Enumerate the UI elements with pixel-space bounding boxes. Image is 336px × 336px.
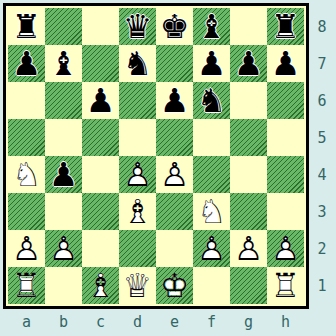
square-g6[interactable]: [230, 82, 267, 119]
square-f5[interactable]: [193, 119, 230, 156]
square-a2[interactable]: ♟♙: [8, 230, 45, 267]
square-e2[interactable]: [156, 230, 193, 267]
piece-white-pawn[interactable]: ♟♙: [119, 156, 156, 193]
square-e5[interactable]: [156, 119, 193, 156]
square-d4[interactable]: ♟♙: [119, 156, 156, 193]
square-f8[interactable]: ♝: [193, 8, 230, 45]
piece-black-pawn[interactable]: ♟: [230, 45, 267, 82]
square-a4[interactable]: ♞♘: [8, 156, 45, 193]
piece-white-pawn[interactable]: ♟♙: [267, 230, 304, 267]
piece-black-pawn[interactable]: ♟: [156, 82, 193, 119]
rank-label-4: 4: [311, 156, 333, 193]
file-label-g: g: [230, 310, 267, 334]
square-c2[interactable]: [82, 230, 119, 267]
square-h7[interactable]: ♟: [267, 45, 304, 82]
square-f7[interactable]: ♟: [193, 45, 230, 82]
rank-label-2: 2: [311, 230, 333, 267]
square-c7[interactable]: [82, 45, 119, 82]
square-a6[interactable]: [8, 82, 45, 119]
square-h1[interactable]: ♜♖: [267, 267, 304, 304]
square-c4[interactable]: [82, 156, 119, 193]
rank-label-7: 7: [311, 45, 333, 82]
square-c8[interactable]: [82, 8, 119, 45]
square-a5[interactable]: [8, 119, 45, 156]
rank-label-6: 6: [311, 82, 333, 119]
file-label-h: h: [267, 310, 304, 334]
piece-black-pawn[interactable]: ♟: [193, 45, 230, 82]
square-e7[interactable]: [156, 45, 193, 82]
piece-black-pawn[interactable]: ♟: [82, 82, 119, 119]
chess-diagram: ♜♛♚♝♜♟♝♞♟♟♟♟♟♞♞♘♟♟♙♟♙♝♗♞♘♟♙♟♙♟♙♟♙♟♙♜♖♝♗♛…: [0, 0, 336, 336]
square-e1[interactable]: ♚♔: [156, 267, 193, 304]
square-c1[interactable]: ♝♗: [82, 267, 119, 304]
piece-white-pawn[interactable]: ♟♙: [156, 156, 193, 193]
square-b3[interactable]: [45, 193, 82, 230]
square-a8[interactable]: ♜: [8, 8, 45, 45]
square-d2[interactable]: [119, 230, 156, 267]
square-e4[interactable]: ♟♙: [156, 156, 193, 193]
piece-white-pawn[interactable]: ♟♙: [230, 230, 267, 267]
square-g5[interactable]: [230, 119, 267, 156]
square-f2[interactable]: ♟♙: [193, 230, 230, 267]
piece-white-bishop[interactable]: ♝♗: [82, 267, 119, 304]
rank-label-3: 3: [311, 193, 333, 230]
square-f3[interactable]: ♞♘: [193, 193, 230, 230]
piece-white-bishop[interactable]: ♝♗: [119, 193, 156, 230]
file-label-b: b: [45, 310, 82, 334]
board-grid: ♜♛♚♝♜♟♝♞♟♟♟♟♟♞♞♘♟♟♙♟♙♝♗♞♘♟♙♟♙♟♙♟♙♟♙♜♖♝♗♛…: [8, 8, 304, 304]
square-d7[interactable]: ♞: [119, 45, 156, 82]
piece-black-king[interactable]: ♚: [156, 8, 193, 45]
square-e8[interactable]: ♚: [156, 8, 193, 45]
square-a3[interactable]: [8, 193, 45, 230]
square-g1[interactable]: [230, 267, 267, 304]
square-h6[interactable]: [267, 82, 304, 119]
square-f4[interactable]: [193, 156, 230, 193]
square-b5[interactable]: [45, 119, 82, 156]
square-a1[interactable]: ♜♖: [8, 267, 45, 304]
square-e3[interactable]: [156, 193, 193, 230]
piece-white-pawn[interactable]: ♟♙: [45, 230, 82, 267]
file-label-d: d: [119, 310, 156, 334]
piece-black-bishop[interactable]: ♝: [193, 8, 230, 45]
file-label-c: c: [82, 310, 119, 334]
square-d6[interactable]: [119, 82, 156, 119]
file-label-e: e: [156, 310, 193, 334]
square-b7[interactable]: ♝: [45, 45, 82, 82]
chess-board: ♜♛♚♝♜♟♝♞♟♟♟♟♟♞♞♘♟♟♙♟♙♝♗♞♘♟♙♟♙♟♙♟♙♟♙♜♖♝♗♛…: [3, 3, 309, 309]
piece-white-king[interactable]: ♚♔: [156, 267, 193, 304]
square-h2[interactable]: ♟♙: [267, 230, 304, 267]
file-labels: abcdefgh: [8, 310, 304, 334]
rank-label-5: 5: [311, 119, 333, 156]
piece-white-queen[interactable]: ♛♕: [119, 267, 156, 304]
piece-black-pawn[interactable]: ♟: [8, 45, 45, 82]
square-c3[interactable]: [82, 193, 119, 230]
piece-white-pawn[interactable]: ♟♙: [8, 230, 45, 267]
piece-white-knight[interactable]: ♞♘: [8, 156, 45, 193]
square-b4[interactable]: ♟: [45, 156, 82, 193]
square-b1[interactable]: [45, 267, 82, 304]
square-d1[interactable]: ♛♕: [119, 267, 156, 304]
file-label-f: f: [193, 310, 230, 334]
square-d5[interactable]: [119, 119, 156, 156]
piece-black-rook[interactable]: ♜: [8, 8, 45, 45]
piece-white-rook[interactable]: ♜♖: [8, 267, 45, 304]
piece-white-pawn[interactable]: ♟♙: [193, 230, 230, 267]
square-b2[interactable]: ♟♙: [45, 230, 82, 267]
square-h4[interactable]: [267, 156, 304, 193]
square-d3[interactable]: ♝♗: [119, 193, 156, 230]
square-f1[interactable]: [193, 267, 230, 304]
piece-black-rook[interactable]: ♜: [267, 8, 304, 45]
rank-label-8: 8: [311, 8, 333, 45]
file-label-a: a: [8, 310, 45, 334]
square-g2[interactable]: ♟♙: [230, 230, 267, 267]
square-c6[interactable]: ♟: [82, 82, 119, 119]
square-d8[interactable]: ♛: [119, 8, 156, 45]
square-e6[interactable]: ♟: [156, 82, 193, 119]
piece-black-knight[interactable]: ♞: [119, 45, 156, 82]
piece-white-rook[interactable]: ♜♖: [267, 267, 304, 304]
square-g7[interactable]: ♟: [230, 45, 267, 82]
square-g8[interactable]: [230, 8, 267, 45]
square-h3[interactable]: [267, 193, 304, 230]
square-f6[interactable]: ♞: [193, 82, 230, 119]
rank-labels: 87654321: [311, 8, 333, 304]
square-h5[interactable]: [267, 119, 304, 156]
square-b6[interactable]: [45, 82, 82, 119]
rank-label-1: 1: [311, 267, 333, 304]
piece-black-queen[interactable]: ♛: [119, 8, 156, 45]
square-c5[interactable]: [82, 119, 119, 156]
piece-black-pawn[interactable]: ♟: [267, 45, 304, 82]
piece-black-knight[interactable]: ♞: [193, 82, 230, 119]
square-b8[interactable]: [45, 8, 82, 45]
square-g3[interactable]: [230, 193, 267, 230]
piece-black-bishop[interactable]: ♝: [45, 45, 82, 82]
piece-white-knight[interactable]: ♞♘: [193, 193, 230, 230]
square-h8[interactable]: ♜: [267, 8, 304, 45]
piece-black-pawn[interactable]: ♟: [45, 156, 82, 193]
square-a7[interactable]: ♟: [8, 45, 45, 82]
square-g4[interactable]: [230, 156, 267, 193]
